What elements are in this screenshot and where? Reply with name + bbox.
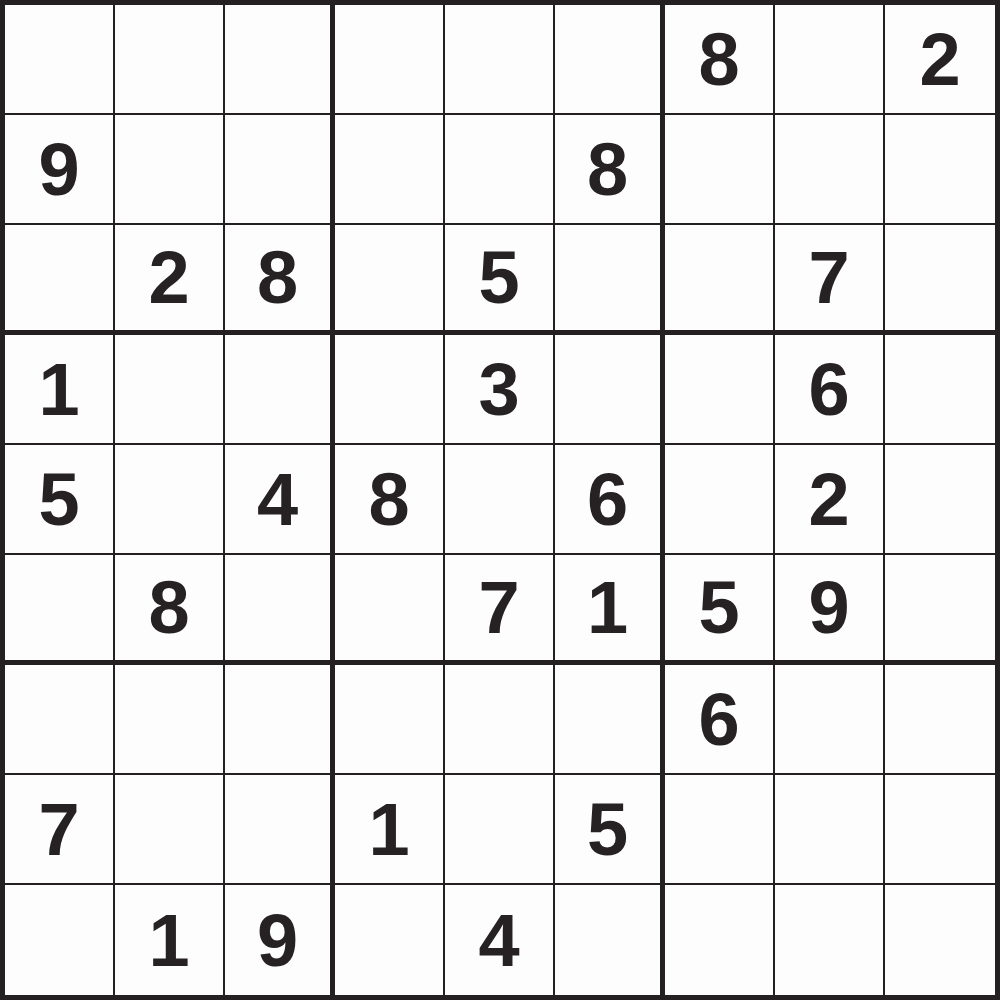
empty-cell-r8c7[interactable]	[665, 775, 775, 885]
given-digit-cell-r6c5[interactable]: 7	[445, 555, 555, 665]
empty-cell-r2c2[interactable]	[115, 115, 225, 225]
empty-cell-r5c7[interactable]	[665, 445, 775, 555]
given-digit-cell-r4c5[interactable]: 3	[445, 335, 555, 445]
given-digit-cell-r8c4[interactable]: 1	[335, 775, 445, 885]
empty-cell-r7c9[interactable]	[885, 665, 995, 775]
empty-cell-r6c3[interactable]	[225, 555, 335, 665]
given-digit-cell-r5c8[interactable]: 2	[775, 445, 885, 555]
empty-cell-r7c8[interactable]	[775, 665, 885, 775]
empty-cell-r5c2[interactable]	[115, 445, 225, 555]
empty-cell-r8c2[interactable]	[115, 775, 225, 885]
empty-cell-r3c6[interactable]	[555, 225, 665, 335]
empty-cell-r9c8[interactable]	[775, 885, 885, 995]
given-digit-cell-r8c6[interactable]: 5	[555, 775, 665, 885]
empty-cell-r2c4[interactable]	[335, 115, 445, 225]
given-digit-cell-r8c1[interactable]: 7	[5, 775, 115, 885]
given-digit-cell-r1c7[interactable]: 8	[665, 5, 775, 115]
given-digit-cell-r5c3[interactable]: 4	[225, 445, 335, 555]
empty-cell-r1c3[interactable]	[225, 5, 335, 115]
empty-cell-r3c7[interactable]	[665, 225, 775, 335]
empty-cell-r4c6[interactable]	[555, 335, 665, 445]
empty-cell-r5c9[interactable]	[885, 445, 995, 555]
empty-cell-r1c6[interactable]	[555, 5, 665, 115]
empty-cell-r4c9[interactable]	[885, 335, 995, 445]
empty-cell-r9c9[interactable]	[885, 885, 995, 995]
empty-cell-r8c9[interactable]	[885, 775, 995, 885]
given-digit-cell-r5c1[interactable]: 5	[5, 445, 115, 555]
empty-cell-r2c7[interactable]	[665, 115, 775, 225]
given-digit-cell-r6c6[interactable]: 1	[555, 555, 665, 665]
empty-cell-r4c4[interactable]	[335, 335, 445, 445]
given-digit-cell-r2c6[interactable]: 8	[555, 115, 665, 225]
empty-cell-r7c6[interactable]	[555, 665, 665, 775]
empty-cell-r7c3[interactable]	[225, 665, 335, 775]
given-digit-cell-r9c5[interactable]: 4	[445, 885, 555, 995]
empty-cell-r3c4[interactable]	[335, 225, 445, 335]
empty-cell-r8c8[interactable]	[775, 775, 885, 885]
empty-cell-r1c2[interactable]	[115, 5, 225, 115]
empty-cell-r7c1[interactable]	[5, 665, 115, 775]
sudoku-board: 8298285713654862871596715194	[0, 0, 1000, 1000]
empty-cell-r6c4[interactable]	[335, 555, 445, 665]
empty-cell-r9c7[interactable]	[665, 885, 775, 995]
given-digit-cell-r6c7[interactable]: 5	[665, 555, 775, 665]
given-digit-cell-r9c2[interactable]: 1	[115, 885, 225, 995]
given-digit-cell-r3c2[interactable]: 2	[115, 225, 225, 335]
given-digit-cell-r6c8[interactable]: 9	[775, 555, 885, 665]
empty-cell-r3c9[interactable]	[885, 225, 995, 335]
empty-cell-r9c6[interactable]	[555, 885, 665, 995]
empty-cell-r4c7[interactable]	[665, 335, 775, 445]
empty-cell-r1c1[interactable]	[5, 5, 115, 115]
given-digit-cell-r5c6[interactable]: 6	[555, 445, 665, 555]
empty-cell-r1c4[interactable]	[335, 5, 445, 115]
empty-cell-r7c5[interactable]	[445, 665, 555, 775]
empty-cell-r7c4[interactable]	[335, 665, 445, 775]
empty-cell-r6c1[interactable]	[5, 555, 115, 665]
empty-cell-r2c5[interactable]	[445, 115, 555, 225]
given-digit-cell-r3c8[interactable]: 7	[775, 225, 885, 335]
empty-cell-r2c3[interactable]	[225, 115, 335, 225]
empty-cell-r9c1[interactable]	[5, 885, 115, 995]
given-digit-cell-r4c8[interactable]: 6	[775, 335, 885, 445]
given-digit-cell-r9c3[interactable]: 9	[225, 885, 335, 995]
given-digit-cell-r7c7[interactable]: 6	[665, 665, 775, 775]
empty-cell-r3c1[interactable]	[5, 225, 115, 335]
empty-cell-r1c5[interactable]	[445, 5, 555, 115]
empty-cell-r7c2[interactable]	[115, 665, 225, 775]
given-digit-cell-r6c2[interactable]: 8	[115, 555, 225, 665]
sudoku-page: 8298285713654862871596715194	[0, 0, 1000, 1000]
empty-cell-r8c3[interactable]	[225, 775, 335, 885]
empty-cell-r4c2[interactable]	[115, 335, 225, 445]
given-digit-cell-r1c9[interactable]: 2	[885, 5, 995, 115]
empty-cell-r1c8[interactable]	[775, 5, 885, 115]
empty-cell-r6c9[interactable]	[885, 555, 995, 665]
empty-cell-r4c3[interactable]	[225, 335, 335, 445]
empty-cell-r2c8[interactable]	[775, 115, 885, 225]
empty-cell-r5c5[interactable]	[445, 445, 555, 555]
given-digit-cell-r3c5[interactable]: 5	[445, 225, 555, 335]
given-digit-cell-r3c3[interactable]: 8	[225, 225, 335, 335]
empty-cell-r8c5[interactable]	[445, 775, 555, 885]
given-digit-cell-r5c4[interactable]: 8	[335, 445, 445, 555]
given-digit-cell-r4c1[interactable]: 1	[5, 335, 115, 445]
empty-cell-r2c9[interactable]	[885, 115, 995, 225]
empty-cell-r9c4[interactable]	[335, 885, 445, 995]
given-digit-cell-r2c1[interactable]: 9	[5, 115, 115, 225]
